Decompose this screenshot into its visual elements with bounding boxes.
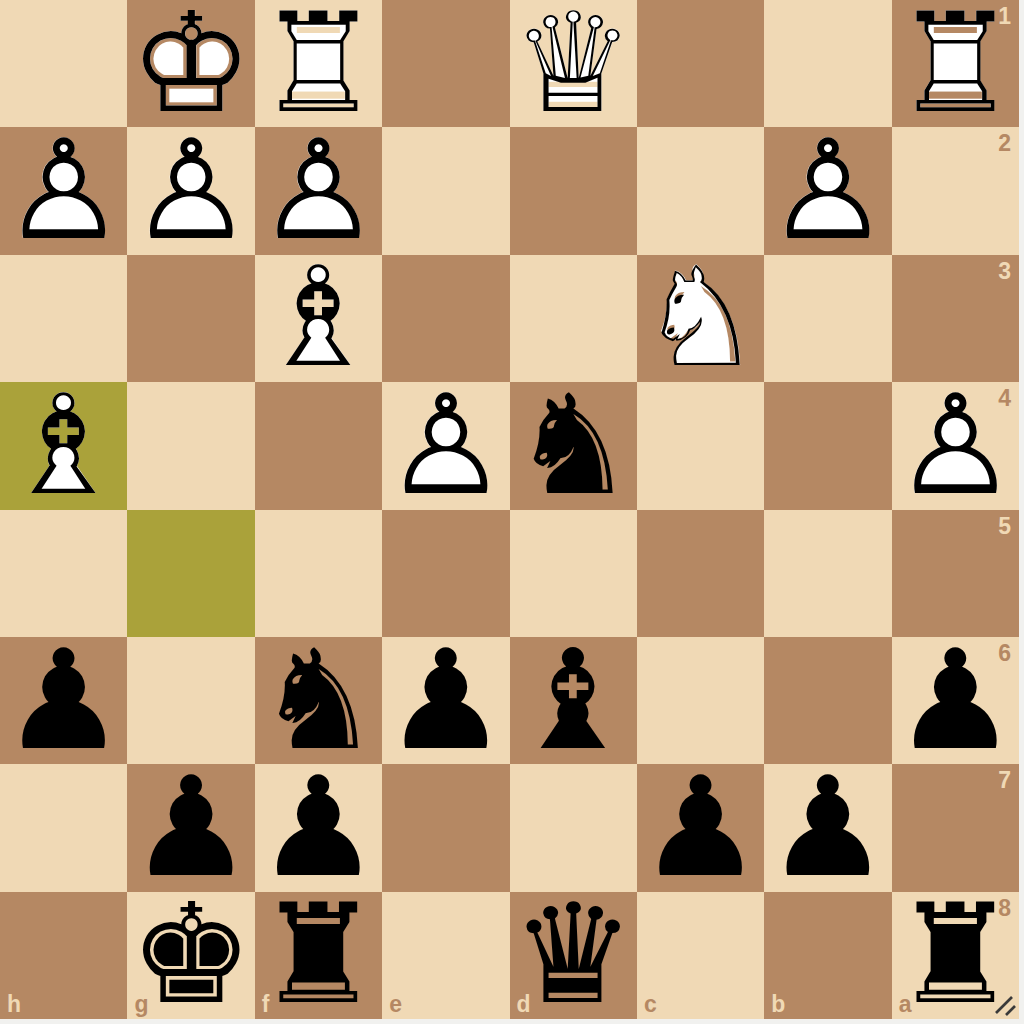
square-c5[interactable] — [637, 510, 764, 637]
piece-black-bishop[interactable]: ♝ — [510, 637, 637, 764]
square-c4[interactable] — [637, 382, 764, 509]
square-e1[interactable] — [382, 0, 509, 127]
piece-white-pawn[interactable]: ♟♙ — [382, 382, 509, 509]
piece-black-knight[interactable]: ♞ — [510, 382, 637, 509]
square-h4[interactable]: ♝♗ — [0, 382, 127, 509]
square-f1[interactable]: ♜♖ — [255, 0, 382, 127]
square-f8[interactable]: ♜f — [255, 892, 382, 1019]
square-g4[interactable] — [127, 382, 254, 509]
square-c3[interactable]: ♞♘ — [637, 255, 764, 382]
square-f5[interactable] — [255, 510, 382, 637]
square-a6[interactable]: ♟6 — [892, 637, 1019, 764]
square-g6[interactable] — [127, 637, 254, 764]
square-g8[interactable]: ♚g — [127, 892, 254, 1019]
square-c1[interactable] — [637, 0, 764, 127]
piece-black-knight[interactable]: ♞ — [255, 637, 382, 764]
square-c2[interactable] — [637, 127, 764, 254]
file-label-h: h — [7, 993, 21, 1016]
square-h2[interactable]: ♟♙ — [0, 127, 127, 254]
piece-black-pawn[interactable]: ♟ — [255, 764, 382, 891]
square-d7[interactable] — [510, 764, 637, 891]
rank-label-4: 4 — [998, 387, 1011, 410]
file-label-f: f — [262, 993, 270, 1016]
square-f6[interactable]: ♞ — [255, 637, 382, 764]
square-h5[interactable] — [0, 510, 127, 637]
square-b7[interactable]: ♟ — [764, 764, 891, 891]
square-b1[interactable] — [764, 0, 891, 127]
square-d5[interactable] — [510, 510, 637, 637]
rank-label-2: 2 — [998, 132, 1011, 155]
square-h6[interactable]: ♟ — [0, 637, 127, 764]
square-b5[interactable] — [764, 510, 891, 637]
square-f3[interactable]: ♝♗ — [255, 255, 382, 382]
rank-label-3: 3 — [998, 260, 1011, 283]
piece-black-pawn[interactable]: ♟ — [127, 764, 254, 891]
piece-white-pawn[interactable]: ♟♙ — [255, 127, 382, 254]
piece-black-pawn[interactable]: ♟ — [764, 764, 891, 891]
square-d6[interactable]: ♝ — [510, 637, 637, 764]
square-a7[interactable]: 7 — [892, 764, 1019, 891]
rank-label-6: 6 — [998, 642, 1011, 665]
piece-black-pawn[interactable]: ♟ — [382, 637, 509, 764]
square-h1[interactable] — [0, 0, 127, 127]
piece-black-rook[interactable]: ♜ — [255, 892, 382, 1019]
square-a4[interactable]: ♟♙4 — [892, 382, 1019, 509]
piece-white-queen[interactable]: ♛♕ — [510, 0, 637, 127]
square-h3[interactable] — [0, 255, 127, 382]
chess-board: ♚♔♜♖♛♕♜♖1♟♙♟♙♟♙♟♙2♝♗♞♘3♝♗♟♙♞♟♙45♟♞♟♝♟6♟♟… — [0, 0, 1019, 1019]
piece-white-pawn[interactable]: ♟♙ — [127, 127, 254, 254]
square-e3[interactable] — [382, 255, 509, 382]
square-c6[interactable] — [637, 637, 764, 764]
square-e4[interactable]: ♟♙ — [382, 382, 509, 509]
piece-white-bishop[interactable]: ♝♗ — [0, 382, 127, 509]
file-label-b: b — [771, 993, 785, 1016]
square-f4[interactable] — [255, 382, 382, 509]
square-a1[interactable]: ♜♖1 — [892, 0, 1019, 127]
square-f7[interactable]: ♟ — [255, 764, 382, 891]
piece-white-king[interactable]: ♚♔ — [127, 0, 254, 127]
file-label-g: g — [134, 993, 148, 1016]
square-c7[interactable]: ♟ — [637, 764, 764, 891]
square-g1[interactable]: ♚♔ — [127, 0, 254, 127]
square-c8[interactable]: c — [637, 892, 764, 1019]
square-a3[interactable]: 3 — [892, 255, 1019, 382]
square-e6[interactable]: ♟ — [382, 637, 509, 764]
file-label-d: d — [517, 993, 531, 1016]
square-b6[interactable] — [764, 637, 891, 764]
square-g2[interactable]: ♟♙ — [127, 127, 254, 254]
square-f2[interactable]: ♟♙ — [255, 127, 382, 254]
square-h8[interactable]: h — [0, 892, 127, 1019]
rank-label-5: 5 — [998, 515, 1011, 538]
square-a2[interactable]: 2 — [892, 127, 1019, 254]
file-label-c: c — [644, 993, 657, 1016]
square-b8[interactable]: b — [764, 892, 891, 1019]
square-e2[interactable] — [382, 127, 509, 254]
file-label-e: e — [389, 993, 402, 1016]
rank-label-8: 8 — [998, 897, 1011, 920]
square-d4[interactable]: ♞ — [510, 382, 637, 509]
piece-white-pawn[interactable]: ♟♙ — [764, 127, 891, 254]
rank-label-7: 7 — [998, 769, 1011, 792]
piece-white-rook[interactable]: ♜♖ — [255, 0, 382, 127]
square-b4[interactable] — [764, 382, 891, 509]
square-d1[interactable]: ♛♕ — [510, 0, 637, 127]
piece-white-bishop[interactable]: ♝♗ — [255, 255, 382, 382]
square-b2[interactable]: ♟♙ — [764, 127, 891, 254]
square-h7[interactable] — [0, 764, 127, 891]
square-g3[interactable] — [127, 255, 254, 382]
square-e8[interactable]: e — [382, 892, 509, 1019]
square-e7[interactable] — [382, 764, 509, 891]
square-d3[interactable] — [510, 255, 637, 382]
square-d8[interactable]: ♛d — [510, 892, 637, 1019]
piece-black-pawn[interactable]: ♟ — [0, 637, 127, 764]
file-label-a: a — [899, 993, 912, 1016]
piece-white-pawn[interactable]: ♟♙ — [0, 127, 127, 254]
board-resize-handle-icon[interactable] — [993, 993, 1017, 1017]
square-a5[interactable]: 5 — [892, 510, 1019, 637]
rank-label-1: 1 — [998, 5, 1011, 28]
chess-board-page: ♚♔♜♖♛♕♜♖1♟♙♟♙♟♙♟♙2♝♗♞♘3♝♗♟♙♞♟♙45♟♞♟♝♟6♟♟… — [0, 0, 1024, 1024]
piece-white-knight[interactable]: ♞♘ — [637, 255, 764, 382]
square-b3[interactable] — [764, 255, 891, 382]
square-e5[interactable] — [382, 510, 509, 637]
piece-black-pawn[interactable]: ♟ — [637, 764, 764, 891]
square-d2[interactable] — [510, 127, 637, 254]
square-g5[interactable] — [127, 510, 254, 637]
square-g7[interactable]: ♟ — [127, 764, 254, 891]
